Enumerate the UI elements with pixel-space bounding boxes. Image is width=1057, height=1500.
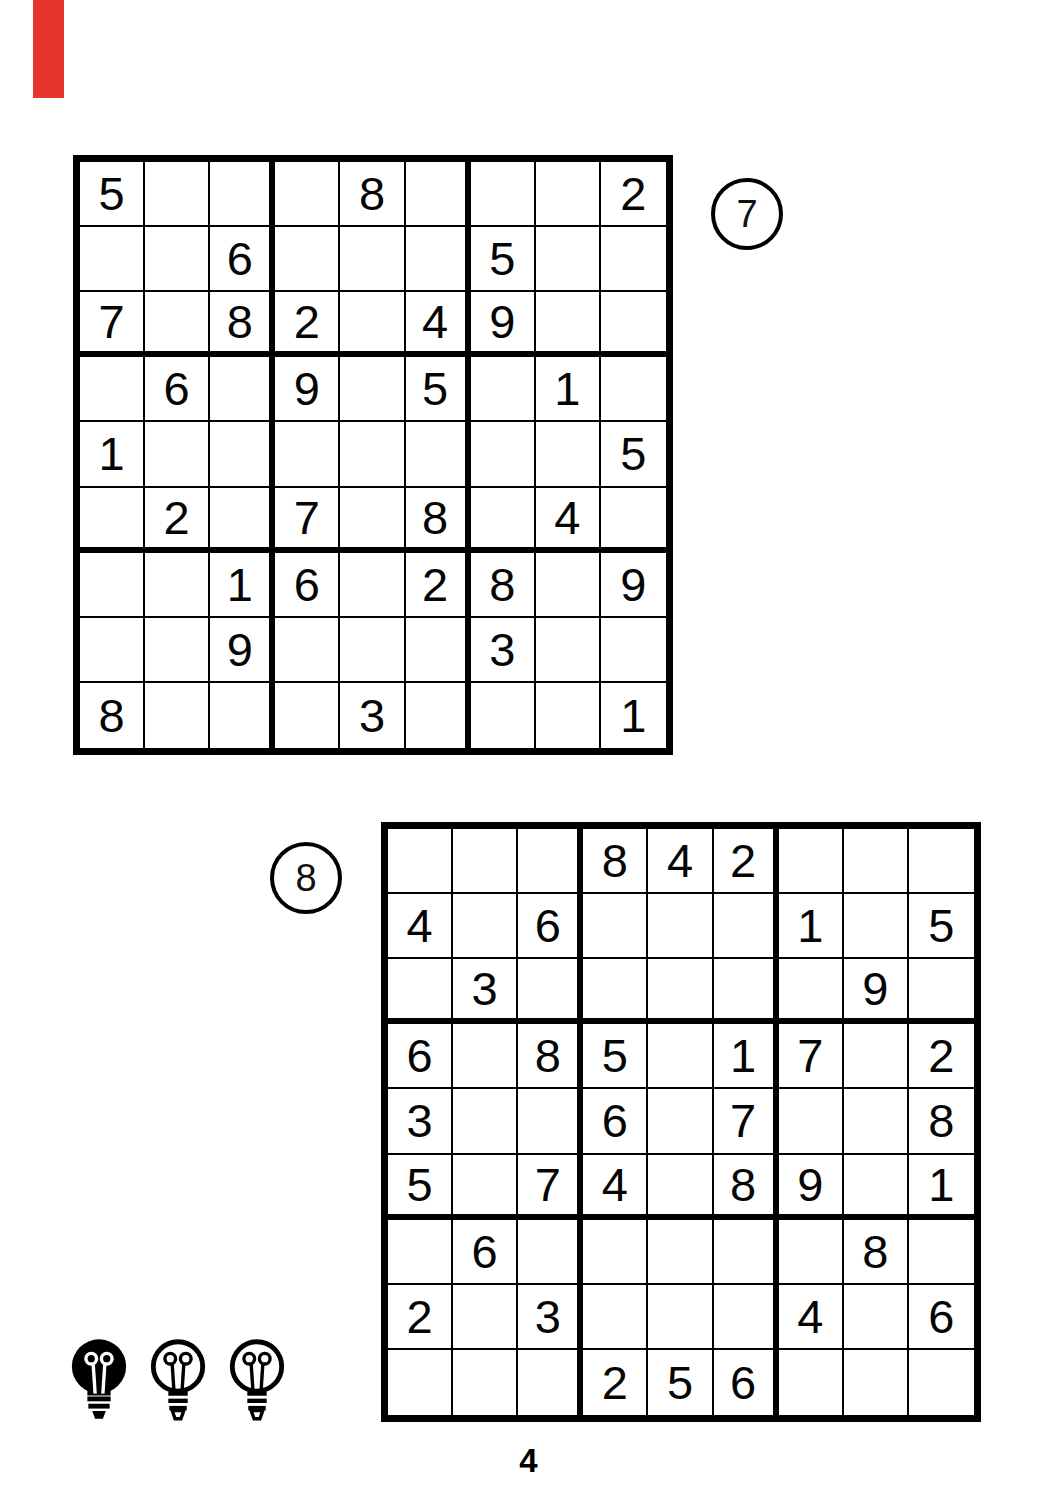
cell-r1c3[interactable] [210,162,275,227]
lightbulb-icon-filled [68,1336,130,1424]
cell-r1c5[interactable]: 8 [340,162,405,227]
cell-r6c9[interactable] [601,488,666,553]
cell-r1c9[interactable] [909,829,974,894]
cell-r7c7[interactable]: 8 [471,553,536,618]
cell-r4c9[interactable] [601,357,666,422]
cell-r8c8[interactable] [536,618,601,683]
cell-r2c5[interactable] [648,894,713,959]
cell-r8c3[interactable]: 3 [518,1285,583,1350]
cell-r1c6[interactable] [406,162,471,227]
cell-r8c3[interactable]: 9 [210,618,275,683]
cell-r4c2[interactable]: 6 [145,357,210,422]
cell-r6c2[interactable]: 2 [145,488,210,553]
cell-r5c9[interactable]: 8 [909,1089,974,1154]
cell-r6c5[interactable] [340,488,405,553]
page: 582657824969511527841628993831 7 8424615… [0,0,1057,1500]
cell-r9c2[interactable] [453,1350,518,1415]
cell-r3c3[interactable] [518,959,583,1024]
cell-r9c1[interactable] [388,1350,453,1415]
cell-r5c6[interactable] [406,422,471,487]
cell-r8c6[interactable] [714,1285,779,1350]
cell-r6c2[interactable] [453,1155,518,1220]
cell-r3c5[interactable] [340,292,405,357]
cell-r8c1[interactable] [80,618,145,683]
cell-r4c6[interactable]: 5 [406,357,471,422]
cell-r9c1[interactable]: 8 [80,683,145,748]
cell-r2c4[interactable] [275,227,340,292]
cell-r6c3[interactable]: 7 [518,1155,583,1220]
cell-r6c6[interactable]: 8 [406,488,471,553]
cell-r4c3[interactable] [210,357,275,422]
cell-r8c2[interactable] [145,618,210,683]
cell-r1c1[interactable]: 5 [80,162,145,227]
cell-r5c3[interactable] [518,1089,583,1154]
cell-r1c6[interactable]: 2 [714,829,779,894]
cell-r9c4[interactable] [275,683,340,748]
cell-r7c6[interactable] [714,1220,779,1285]
cell-r1c1[interactable] [388,829,453,894]
cell-r3c2[interactable] [145,292,210,357]
cell-r1c2[interactable] [453,829,518,894]
cell-r5c5[interactable] [648,1089,713,1154]
cell-r4c5[interactable] [648,1024,713,1089]
cell-r1c4[interactable]: 8 [583,829,648,894]
cell-r7c7[interactable] [779,1220,844,1285]
cell-r3c1[interactable] [388,959,453,1024]
cell-r5c4[interactable]: 6 [583,1089,648,1154]
cell-r4c1[interactable] [80,357,145,422]
cell-r9c3[interactable] [210,683,275,748]
cell-r3c1[interactable]: 7 [80,292,145,357]
cell-r6c9[interactable]: 1 [909,1155,974,1220]
cell-r9c9[interactable] [909,1350,974,1415]
cell-r3c4[interactable] [583,959,648,1024]
cell-r8c7[interactable]: 4 [779,1285,844,1350]
cell-r9c7[interactable] [471,683,536,748]
cell-r4c8[interactable] [844,1024,909,1089]
cell-r8c2[interactable] [453,1285,518,1350]
cell-r3c8[interactable]: 9 [844,959,909,1024]
cell-r1c3[interactable] [518,829,583,894]
page-number: 4 [0,1442,1057,1480]
cell-r4c2[interactable] [453,1024,518,1089]
cell-r6c7[interactable]: 9 [779,1155,844,1220]
cell-r2c2[interactable] [145,227,210,292]
cell-r4c3[interactable]: 8 [518,1024,583,1089]
cell-r8c5[interactable] [340,618,405,683]
cell-r4c9[interactable]: 2 [909,1024,974,1089]
cell-r5c2[interactable] [453,1089,518,1154]
cell-r1c7[interactable] [779,829,844,894]
cell-r3c6[interactable] [714,959,779,1024]
cell-r6c6[interactable]: 8 [714,1155,779,1220]
cell-r4c8[interactable]: 1 [536,357,601,422]
cell-r3c2[interactable]: 3 [453,959,518,1024]
cell-r3c7[interactable]: 9 [471,292,536,357]
cell-r6c4[interactable]: 4 [583,1155,648,1220]
cell-r2c8[interactable] [536,227,601,292]
cell-r6c8[interactable] [844,1155,909,1220]
cell-r2c6[interactable] [714,894,779,959]
cell-r2c6[interactable] [406,227,471,292]
cell-r5c5[interactable] [340,422,405,487]
cell-r8c9[interactable]: 6 [909,1285,974,1350]
cell-r7c8[interactable]: 8 [844,1220,909,1285]
cell-r2c2[interactable] [453,894,518,959]
cell-r9c5[interactable]: 5 [648,1350,713,1415]
cell-r3c8[interactable] [536,292,601,357]
cell-r7c9[interactable]: 9 [601,553,666,618]
cell-r6c8[interactable]: 4 [536,488,601,553]
cell-r9c2[interactable] [145,683,210,748]
sudoku-grid-7: 582657824969511527841628993831 [73,155,673,755]
cell-r4c4[interactable]: 5 [583,1024,648,1089]
cell-r2c5[interactable] [340,227,405,292]
cell-r6c1[interactable] [80,488,145,553]
cell-r3c3[interactable]: 8 [210,292,275,357]
cell-r8c4[interactable] [583,1285,648,1350]
cell-r7c3[interactable] [518,1220,583,1285]
cell-r3c7[interactable] [779,959,844,1024]
cell-r6c4[interactable]: 7 [275,488,340,553]
cell-r5c8[interactable] [536,422,601,487]
cell-r2c9[interactable]: 5 [909,894,974,959]
cell-r7c8[interactable] [536,553,601,618]
cell-r4c1[interactable]: 6 [388,1024,453,1089]
cell-r3c9[interactable] [601,292,666,357]
cell-r1c8[interactable] [536,162,601,227]
cell-r2c7[interactable]: 5 [471,227,536,292]
sudoku-grid-8: 8424615396851723678574891682346256 [381,822,981,1422]
cell-r2c1[interactable] [80,227,145,292]
cell-r1c5[interactable]: 4 [648,829,713,894]
cell-r7c6[interactable]: 2 [406,553,471,618]
cell-r5c8[interactable] [844,1089,909,1154]
page-edge-tab [33,0,64,98]
cell-r4c4[interactable]: 9 [275,357,340,422]
cell-r3c6[interactable]: 4 [406,292,471,357]
cell-r5c3[interactable] [210,422,275,487]
cell-r8c5[interactable] [648,1285,713,1350]
cell-r2c8[interactable] [844,894,909,959]
cell-r5c6[interactable]: 7 [714,1089,779,1154]
cell-r9c4[interactable]: 2 [583,1350,648,1415]
puzzle-7-number: 7 [736,193,757,236]
cell-r9c7[interactable] [779,1350,844,1415]
cell-r1c7[interactable] [471,162,536,227]
cell-r3c5[interactable] [648,959,713,1024]
cell-r8c1[interactable]: 2 [388,1285,453,1350]
cell-r5c1[interactable]: 3 [388,1089,453,1154]
puzzle-7-number-badge: 7 [711,178,783,250]
cell-r8c4[interactable] [275,618,340,683]
cell-r9c6[interactable] [406,683,471,748]
cell-r4c7[interactable] [471,357,536,422]
cell-r4c5[interactable] [340,357,405,422]
cell-r9c8[interactable] [844,1350,909,1415]
cell-r9c3[interactable] [518,1350,583,1415]
cell-r2c4[interactable] [583,894,648,959]
cell-r5c4[interactable] [275,422,340,487]
cell-r9c6[interactable]: 6 [714,1350,779,1415]
cell-r7c3[interactable]: 1 [210,553,275,618]
cell-r7c5[interactable] [340,553,405,618]
cell-r6c3[interactable] [210,488,275,553]
cell-r8c7[interactable]: 3 [471,618,536,683]
cell-r1c8[interactable] [844,829,909,894]
cell-r1c9[interactable]: 2 [601,162,666,227]
cell-r5c1[interactable]: 1 [80,422,145,487]
lightbulb-icon-outline [226,1336,288,1424]
cell-r7c4[interactable]: 6 [275,553,340,618]
cell-r2c3[interactable]: 6 [518,894,583,959]
cell-r9c5[interactable]: 3 [340,683,405,748]
puzzle-8-number: 8 [295,857,316,900]
cell-r5c7[interactable] [779,1089,844,1154]
cell-r7c2[interactable] [145,553,210,618]
cell-r3c9[interactable] [909,959,974,1024]
cell-r4c6[interactable]: 1 [714,1024,779,1089]
difficulty-rating [68,1336,288,1424]
cell-r7c9[interactable] [909,1220,974,1285]
cell-r6c1[interactable]: 5 [388,1155,453,1220]
cell-r7c4[interactable] [583,1220,648,1285]
cell-r1c4[interactable] [275,162,340,227]
cell-r8c8[interactable] [844,1285,909,1350]
cell-r5c7[interactable] [471,422,536,487]
cell-r2c7[interactable]: 1 [779,894,844,959]
lightbulb-icon-outline [147,1336,209,1424]
cell-r2c1[interactable]: 4 [388,894,453,959]
cell-r3c4[interactable]: 2 [275,292,340,357]
cell-r7c2[interactable]: 6 [453,1220,518,1285]
cell-r6c5[interactable] [648,1155,713,1220]
cell-r5c2[interactable] [145,422,210,487]
cell-r9c9[interactable]: 1 [601,683,666,748]
cell-r1c2[interactable] [145,162,210,227]
cell-r7c1[interactable] [388,1220,453,1285]
cell-r7c1[interactable] [80,553,145,618]
cell-r5c9[interactable]: 5 [601,422,666,487]
cell-r4c7[interactable]: 7 [779,1024,844,1089]
cell-r8c6[interactable] [406,618,471,683]
cell-r6c7[interactable] [471,488,536,553]
cell-r8c9[interactable] [601,618,666,683]
cell-r7c5[interactable] [648,1220,713,1285]
puzzle-8-number-badge: 8 [270,842,342,914]
cell-r2c3[interactable]: 6 [210,227,275,292]
cell-r2c9[interactable] [601,227,666,292]
cell-r9c8[interactable] [536,683,601,748]
